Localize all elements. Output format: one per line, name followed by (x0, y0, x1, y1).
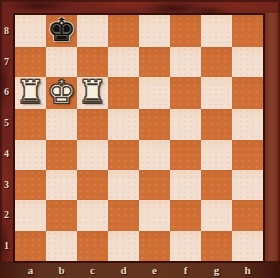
square-a4[interactable] (15, 140, 46, 170)
square-g3[interactable] (201, 170, 232, 200)
square-a3[interactable] (15, 170, 46, 200)
square-h7[interactable] (232, 47, 263, 77)
square-e3[interactable] (139, 170, 170, 200)
square-e2[interactable] (139, 200, 170, 230)
square-c5[interactable] (77, 109, 108, 139)
square-b1[interactable] (46, 231, 77, 261)
rank-label-1: 1 (0, 230, 13, 261)
square-g7[interactable] (201, 47, 232, 77)
square-h1[interactable] (232, 231, 263, 261)
file-label-f: f (170, 262, 201, 277)
file-label-d: d (108, 262, 139, 277)
rank-label-8: 8 (0, 15, 13, 46)
square-b4[interactable] (46, 140, 77, 170)
square-a5[interactable] (15, 109, 46, 139)
square-d7[interactable] (108, 47, 139, 77)
file-label-c: c (77, 262, 108, 277)
square-c8[interactable] (77, 15, 108, 47)
rank-label-4: 4 (0, 138, 13, 169)
square-b6[interactable]: ♚ (46, 77, 77, 109)
square-a6[interactable]: ♜ (15, 77, 46, 109)
square-f5[interactable] (170, 109, 201, 139)
square-g6[interactable] (201, 77, 232, 109)
square-g8[interactable] (201, 15, 232, 47)
square-e4[interactable] (139, 140, 170, 170)
square-c2[interactable] (77, 200, 108, 230)
board-frame-right (263, 13, 280, 278)
square-d2[interactable] (108, 200, 139, 230)
file-label-g: g (201, 262, 232, 277)
square-c4[interactable] (77, 140, 108, 170)
square-g1[interactable] (201, 231, 232, 261)
square-e8[interactable] (139, 15, 170, 47)
square-c6[interactable]: ♜ (77, 77, 108, 109)
square-f2[interactable] (170, 200, 201, 230)
square-h4[interactable] (232, 140, 263, 170)
file-label-e: e (139, 262, 170, 277)
square-h2[interactable] (232, 200, 263, 230)
file-label-a: a (15, 262, 46, 277)
square-f3[interactable] (170, 170, 201, 200)
square-h6[interactable] (232, 77, 263, 109)
square-d5[interactable] (108, 109, 139, 139)
file-labels: abcdefgh (15, 262, 263, 277)
board: ♚♜♚♜ (13, 13, 265, 263)
piece-white-king[interactable]: ♚ (47, 76, 76, 108)
rank-label-3: 3 (0, 169, 13, 200)
chess-diagram: ♚♜♚♜ 87654321 abcdefgh (0, 0, 280, 278)
square-g5[interactable] (201, 109, 232, 139)
piece-white-rook[interactable]: ♜ (78, 76, 107, 108)
square-b5[interactable] (46, 109, 77, 139)
square-g4[interactable] (201, 140, 232, 170)
square-c1[interactable] (77, 231, 108, 261)
square-f7[interactable] (170, 47, 201, 77)
rank-labels: 87654321 (0, 15, 13, 261)
square-d1[interactable] (108, 231, 139, 261)
square-f1[interactable] (170, 231, 201, 261)
square-f6[interactable] (170, 77, 201, 109)
square-d4[interactable] (108, 140, 139, 170)
square-e6[interactable] (139, 77, 170, 109)
square-f4[interactable] (170, 140, 201, 170)
rank-label-6: 6 (0, 77, 13, 108)
file-label-b: b (46, 262, 77, 277)
square-c3[interactable] (77, 170, 108, 200)
square-b3[interactable] (46, 170, 77, 200)
piece-white-rook[interactable]: ♜ (16, 76, 45, 108)
square-d3[interactable] (108, 170, 139, 200)
square-a1[interactable] (15, 231, 46, 261)
square-e1[interactable] (139, 231, 170, 261)
piece-black-king[interactable]: ♚ (47, 14, 76, 46)
square-a2[interactable] (15, 200, 46, 230)
file-label-h: h (232, 262, 263, 277)
square-d6[interactable] (108, 77, 139, 109)
square-e7[interactable] (139, 47, 170, 77)
square-h5[interactable] (232, 109, 263, 139)
square-b8[interactable]: ♚ (46, 15, 77, 47)
square-h3[interactable] (232, 170, 263, 200)
square-a8[interactable] (15, 15, 46, 47)
square-g2[interactable] (201, 200, 232, 230)
rank-label-7: 7 (0, 46, 13, 77)
square-d8[interactable] (108, 15, 139, 47)
square-f8[interactable] (170, 15, 201, 47)
rank-label-5: 5 (0, 107, 13, 138)
square-e5[interactable] (139, 109, 170, 139)
rank-label-2: 2 (0, 200, 13, 231)
square-b2[interactable] (46, 200, 77, 230)
square-h8[interactable] (232, 15, 263, 47)
